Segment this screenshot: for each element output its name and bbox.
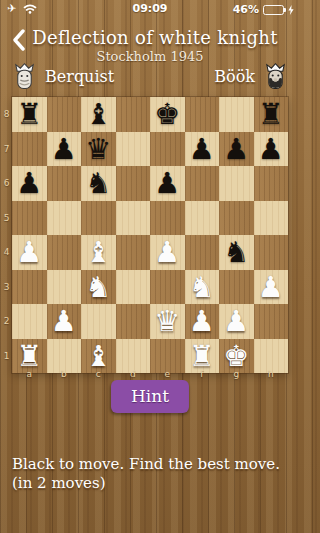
square-g8[interactable]: [219, 97, 254, 132]
square-e3[interactable]: [150, 270, 185, 305]
square-h1[interactable]: [254, 339, 289, 374]
square-h6[interactable]: [254, 166, 289, 201]
battery-percent: 46%: [233, 3, 259, 16]
hint-button[interactable]: Hint: [111, 380, 189, 413]
rank-label-6: 6: [2, 166, 11, 201]
piece-black-pawn: ♟: [189, 132, 215, 166]
square-d3[interactable]: [116, 270, 151, 305]
square-e7[interactable]: [150, 132, 185, 167]
square-g5[interactable]: [219, 201, 254, 236]
piece-black-rook: ♜: [16, 97, 42, 131]
battery-nub: [284, 8, 286, 12]
piece-black-pawn: ♟: [223, 132, 249, 166]
status-right: 46%: [233, 3, 294, 16]
rank-label-3: 3: [2, 270, 11, 305]
square-g4[interactable]: ♞: [219, 235, 254, 270]
piece-black-pawn: ♟: [51, 132, 77, 166]
square-e4[interactable]: ♟: [150, 235, 185, 270]
rank-label-7: 7: [2, 132, 11, 167]
puzzle-instructions: Black to move. Find the best move. (in 2…: [12, 455, 290, 493]
square-a3[interactable]: [12, 270, 47, 305]
square-b5[interactable]: [47, 201, 82, 236]
piece-white-bishop: ♝: [85, 235, 111, 269]
chess-board: ♜♝♚♜♟♛♟♟♟♟♞♟♟♝♟♞♞♞♟♟♛♟♟♜♝♜♚: [12, 97, 288, 373]
rank-labels: 87654321: [2, 97, 11, 373]
square-g2[interactable]: ♟: [219, 304, 254, 339]
piece-white-king: ♚: [223, 339, 249, 373]
square-f3[interactable]: ♞: [185, 270, 220, 305]
square-a2[interactable]: [12, 304, 47, 339]
square-e6[interactable]: ♟: [150, 166, 185, 201]
square-c5[interactable]: [81, 201, 116, 236]
square-d4[interactable]: [116, 235, 151, 270]
square-g7[interactable]: ♟: [219, 132, 254, 167]
rank-label-5: 5: [2, 201, 11, 236]
square-a4[interactable]: ♟: [12, 235, 47, 270]
square-e5[interactable]: [150, 201, 185, 236]
instruction-line1: Black to move. Find the best move.: [12, 455, 290, 474]
piece-white-pawn: ♟: [51, 304, 77, 338]
piece-black-pawn: ♟: [258, 132, 284, 166]
square-g3[interactable]: [219, 270, 254, 305]
square-d6[interactable]: [116, 166, 151, 201]
square-e2[interactable]: ♛: [150, 304, 185, 339]
file-label-f: f: [185, 369, 220, 379]
black-king-icon: [264, 62, 287, 90]
square-d1[interactable]: [116, 339, 151, 374]
square-h5[interactable]: [254, 201, 289, 236]
piece-black-queen: ♛: [85, 132, 111, 166]
square-a5[interactable]: [12, 201, 47, 236]
piece-white-rook: ♜: [189, 339, 215, 373]
battery-icon: [263, 5, 284, 15]
page-title: Deflection of white knight: [30, 27, 280, 48]
piece-white-bishop: ♝: [85, 339, 111, 373]
square-b2[interactable]: ♟: [47, 304, 82, 339]
file-label-g: g: [219, 369, 254, 379]
square-a1[interactable]: ♜: [12, 339, 47, 374]
square-f5[interactable]: [185, 201, 220, 236]
rank-label-4: 4: [2, 235, 11, 270]
status-bar: ✈ 09:09 46%: [0, 0, 300, 18]
square-b7[interactable]: ♟: [47, 132, 82, 167]
square-g6[interactable]: [219, 166, 254, 201]
file-label-h: h: [254, 369, 289, 379]
square-h4[interactable]: [254, 235, 289, 270]
piece-black-knight: ♞: [223, 235, 249, 269]
rank-label-1: 1: [2, 339, 11, 374]
piece-black-bishop: ♝: [85, 97, 111, 131]
back-button[interactable]: [11, 29, 27, 51]
piece-white-pawn: ♟: [258, 270, 284, 304]
square-b3[interactable]: [47, 270, 82, 305]
square-f2[interactable]: ♟: [185, 304, 220, 339]
square-c4[interactable]: ♝: [81, 235, 116, 270]
white-king-icon: [13, 62, 36, 90]
piece-white-pawn: ♟: [223, 304, 249, 338]
square-b4[interactable]: [47, 235, 82, 270]
file-labels: abcdefgh: [12, 369, 288, 379]
square-d2[interactable]: [116, 304, 151, 339]
square-a7[interactable]: [12, 132, 47, 167]
piece-white-pawn: ♟: [189, 304, 215, 338]
piece-white-pawn: ♟: [16, 235, 42, 269]
square-a8[interactable]: ♜: [12, 97, 47, 132]
file-label-b: b: [47, 369, 82, 379]
black-player-name: Böök: [214, 67, 255, 86]
square-f4[interactable]: [185, 235, 220, 270]
square-d8[interactable]: [116, 97, 151, 132]
square-e8[interactable]: ♚: [150, 97, 185, 132]
charging-bolt-icon: [288, 5, 294, 15]
piece-black-pawn: ♟: [154, 166, 180, 200]
square-f6[interactable]: [185, 166, 220, 201]
square-h7[interactable]: ♟: [254, 132, 289, 167]
square-c7[interactable]: ♛: [81, 132, 116, 167]
square-h3[interactable]: ♟: [254, 270, 289, 305]
square-c3[interactable]: ♞: [81, 270, 116, 305]
square-c6[interactable]: ♞: [81, 166, 116, 201]
square-h8[interactable]: ♜: [254, 97, 289, 132]
players-row: Berquist Böök: [0, 62, 300, 92]
player-white: Berquist: [13, 62, 114, 90]
square-b6[interactable]: [47, 166, 82, 201]
square-e1[interactable]: [150, 339, 185, 374]
piece-black-king: ♚: [154, 97, 180, 131]
player-black: Böök: [214, 62, 287, 90]
square-f8[interactable]: [185, 97, 220, 132]
piece-white-rook: ♜: [16, 339, 42, 373]
instruction-line2: (in 2 moves): [12, 474, 290, 493]
rank-label-2: 2: [2, 304, 11, 339]
piece-black-pawn: ♟: [16, 166, 42, 200]
square-g1[interactable]: ♚: [219, 339, 254, 374]
file-label-d: d: [116, 369, 151, 379]
square-c8[interactable]: ♝: [81, 97, 116, 132]
piece-black-knight: ♞: [85, 166, 111, 200]
piece-black-rook: ♜: [258, 97, 284, 131]
square-c1[interactable]: ♝: [81, 339, 116, 374]
rank-label-8: 8: [2, 97, 11, 132]
square-f7[interactable]: ♟: [185, 132, 220, 167]
piece-white-knight: ♞: [189, 270, 215, 304]
square-h2[interactable]: [254, 304, 289, 339]
white-player-name: Berquist: [45, 67, 114, 86]
square-a6[interactable]: ♟: [12, 166, 47, 201]
piece-white-pawn: ♟: [154, 235, 180, 269]
square-c2[interactable]: [81, 304, 116, 339]
file-label-c: c: [81, 369, 116, 379]
piece-white-queen: ♛: [154, 304, 180, 338]
app-screen: ✈ 09:09 46% Deflection of white knight S…: [0, 0, 300, 533]
square-d7[interactable]: [116, 132, 151, 167]
file-label-e: e: [150, 369, 185, 379]
piece-white-knight: ♞: [85, 270, 111, 304]
square-d5[interactable]: [116, 201, 151, 236]
square-f1[interactable]: ♜: [185, 339, 220, 374]
square-b8[interactable]: [47, 97, 82, 132]
square-b1[interactable]: [47, 339, 82, 374]
file-label-a: a: [12, 369, 47, 379]
